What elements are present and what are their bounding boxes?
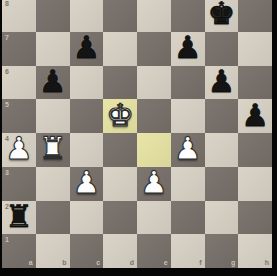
rank-label-3: 3 (5, 169, 9, 176)
piece-black-pawn[interactable]: ♟ (39, 66, 67, 97)
square-b3[interactable] (36, 167, 70, 201)
square-e4[interactable] (137, 133, 171, 167)
square-h1[interactable]: h (238, 234, 272, 268)
square-h6[interactable] (238, 66, 272, 100)
square-b2[interactable] (36, 201, 70, 235)
square-b5[interactable] (36, 99, 70, 133)
square-f1[interactable]: f (171, 234, 205, 268)
square-a1[interactable]: 1a (2, 234, 36, 268)
file-label-a: a (29, 259, 33, 266)
rank-label-1: 1 (5, 236, 9, 243)
square-f2[interactable] (171, 201, 205, 235)
square-h5[interactable]: ♟ (238, 99, 272, 133)
chess-board-frame: 8♚7♟♟6♟♟5♚♟4♟♜♟3♟♟2♜1abcdefgh (0, 0, 277, 276)
piece-white-pawn[interactable]: ♟ (72, 167, 100, 198)
file-label-h: h (265, 259, 269, 266)
square-e6[interactable] (137, 66, 171, 100)
square-h8[interactable] (238, 0, 272, 32)
rank-label-6: 6 (5, 68, 9, 75)
square-g5[interactable] (205, 99, 239, 133)
square-d7[interactable] (103, 32, 137, 66)
square-d3[interactable] (103, 167, 137, 201)
square-b7[interactable] (36, 32, 70, 66)
square-a5[interactable]: 5 (2, 99, 36, 133)
square-h3[interactable] (238, 167, 272, 201)
piece-black-pawn[interactable]: ♟ (72, 32, 100, 63)
piece-black-pawn[interactable]: ♟ (241, 100, 269, 131)
square-b8[interactable] (36, 0, 70, 32)
piece-white-king[interactable]: ♚ (106, 100, 134, 131)
square-c4[interactable] (70, 133, 104, 167)
file-label-e: e (164, 259, 168, 266)
square-g3[interactable] (205, 167, 239, 201)
square-f6[interactable] (171, 66, 205, 100)
square-d1[interactable]: d (103, 234, 137, 268)
chess-board: 8♚7♟♟6♟♟5♚♟4♟♜♟3♟♟2♜1abcdefgh (2, 0, 272, 268)
square-c6[interactable] (70, 66, 104, 100)
square-a6[interactable]: 6 (2, 66, 36, 100)
square-d4[interactable] (103, 133, 137, 167)
rank-label-5: 5 (5, 101, 9, 108)
square-a3[interactable]: 3 (2, 167, 36, 201)
square-f8[interactable] (171, 0, 205, 32)
square-a8[interactable]: 8 (2, 0, 36, 32)
square-h2[interactable] (238, 201, 272, 235)
file-label-d: d (130, 259, 134, 266)
rank-label-8: 8 (5, 0, 9, 7)
piece-white-rook[interactable]: ♜ (39, 133, 67, 164)
square-b6[interactable]: ♟ (36, 66, 70, 100)
square-f5[interactable] (171, 99, 205, 133)
square-b1[interactable]: b (36, 234, 70, 268)
file-label-b: b (62, 259, 66, 266)
square-d8[interactable] (103, 0, 137, 32)
piece-white-pawn[interactable]: ♟ (5, 133, 33, 164)
square-g2[interactable] (205, 201, 239, 235)
piece-black-rook[interactable]: ♜ (5, 201, 33, 232)
square-f4[interactable]: ♟ (171, 133, 205, 167)
square-e3[interactable]: ♟ (137, 167, 171, 201)
square-e2[interactable] (137, 201, 171, 235)
square-g7[interactable] (205, 32, 239, 66)
file-label-g: g (231, 259, 235, 266)
square-c5[interactable] (70, 99, 104, 133)
rank-label-7: 7 (5, 34, 9, 41)
square-e1[interactable]: e (137, 234, 171, 268)
square-f7[interactable]: ♟ (171, 32, 205, 66)
file-label-f: f (199, 259, 201, 266)
piece-black-pawn[interactable]: ♟ (174, 32, 202, 63)
square-h7[interactable] (238, 32, 272, 66)
square-c3[interactable]: ♟ (70, 167, 104, 201)
piece-black-king[interactable]: ♚ (207, 0, 235, 29)
square-e7[interactable] (137, 32, 171, 66)
square-e5[interactable] (137, 99, 171, 133)
square-d2[interactable] (103, 201, 137, 235)
square-f3[interactable] (171, 167, 205, 201)
square-d5[interactable]: ♚ (103, 99, 137, 133)
square-c8[interactable] (70, 0, 104, 32)
square-c1[interactable]: c (70, 234, 104, 268)
piece-white-pawn[interactable]: ♟ (140, 167, 168, 198)
square-h4[interactable] (238, 133, 272, 167)
square-g1[interactable]: g (205, 234, 239, 268)
piece-black-pawn[interactable]: ♟ (207, 66, 235, 97)
square-g8[interactable]: ♚ (205, 0, 239, 32)
square-a4[interactable]: 4♟ (2, 133, 36, 167)
square-g4[interactable] (205, 133, 239, 167)
piece-white-pawn[interactable]: ♟ (174, 133, 202, 164)
file-label-c: c (96, 259, 100, 266)
square-b4[interactable]: ♜ (36, 133, 70, 167)
square-d6[interactable] (103, 66, 137, 100)
square-g6[interactable]: ♟ (205, 66, 239, 100)
square-c2[interactable] (70, 201, 104, 235)
square-c7[interactable]: ♟ (70, 32, 104, 66)
square-e8[interactable] (137, 0, 171, 32)
square-a2[interactable]: 2♜ (2, 201, 36, 235)
square-a7[interactable]: 7 (2, 32, 36, 66)
